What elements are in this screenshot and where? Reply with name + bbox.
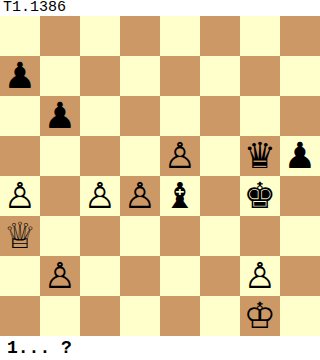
square-g6[interactable] xyxy=(240,96,280,136)
black-queen: ♛ xyxy=(244,136,276,176)
square-f1[interactable] xyxy=(200,296,240,336)
square-c8[interactable] xyxy=(80,16,120,56)
black-pawn: ♟ xyxy=(44,96,76,136)
chess-board: ♟♟♙♛♟♙♙♙♝♚♕♙♙♔ xyxy=(0,16,320,336)
square-c1[interactable] xyxy=(80,296,120,336)
square-e7[interactable] xyxy=(160,56,200,96)
square-h4[interactable] xyxy=(280,176,320,216)
square-g7[interactable] xyxy=(240,56,280,96)
white-pawn: ♙ xyxy=(124,176,156,216)
square-f3[interactable] xyxy=(200,216,240,256)
square-a5[interactable] xyxy=(0,136,40,176)
square-c6[interactable] xyxy=(80,96,120,136)
square-b1[interactable] xyxy=(40,296,80,336)
square-d5[interactable] xyxy=(120,136,160,176)
square-e5[interactable]: ♙ xyxy=(160,136,200,176)
white-king: ♔ xyxy=(244,296,276,336)
square-b7[interactable] xyxy=(40,56,80,96)
square-d7[interactable] xyxy=(120,56,160,96)
square-b3[interactable] xyxy=(40,216,80,256)
square-g2[interactable]: ♙ xyxy=(240,256,280,296)
square-h2[interactable] xyxy=(280,256,320,296)
square-g4[interactable]: ♚ xyxy=(240,176,280,216)
square-a8[interactable] xyxy=(0,16,40,56)
square-f6[interactable] xyxy=(200,96,240,136)
square-c5[interactable] xyxy=(80,136,120,176)
square-d6[interactable] xyxy=(120,96,160,136)
black-bishop: ♝ xyxy=(164,176,196,216)
square-e6[interactable] xyxy=(160,96,200,136)
square-a7[interactable]: ♟ xyxy=(0,56,40,96)
square-e1[interactable] xyxy=(160,296,200,336)
square-a4[interactable]: ♙ xyxy=(0,176,40,216)
square-h5[interactable]: ♟ xyxy=(280,136,320,176)
square-g3[interactable] xyxy=(240,216,280,256)
square-f4[interactable] xyxy=(200,176,240,216)
square-e2[interactable] xyxy=(160,256,200,296)
square-f7[interactable] xyxy=(200,56,240,96)
square-d3[interactable] xyxy=(120,216,160,256)
square-g5[interactable]: ♛ xyxy=(240,136,280,176)
square-e8[interactable] xyxy=(160,16,200,56)
square-h7[interactable] xyxy=(280,56,320,96)
square-a2[interactable] xyxy=(0,256,40,296)
square-d8[interactable] xyxy=(120,16,160,56)
square-b5[interactable] xyxy=(40,136,80,176)
square-h6[interactable] xyxy=(280,96,320,136)
puzzle-title: T1.1386 xyxy=(0,0,320,16)
square-a3[interactable]: ♕ xyxy=(0,216,40,256)
square-g1[interactable]: ♔ xyxy=(240,296,280,336)
square-d2[interactable] xyxy=(120,256,160,296)
square-c2[interactable] xyxy=(80,256,120,296)
move-prompt: 1... ? xyxy=(0,336,320,360)
square-c3[interactable] xyxy=(80,216,120,256)
white-pawn: ♙ xyxy=(44,256,76,296)
square-g8[interactable] xyxy=(240,16,280,56)
black-king: ♚ xyxy=(244,176,276,216)
square-h3[interactable] xyxy=(280,216,320,256)
square-c4[interactable]: ♙ xyxy=(80,176,120,216)
square-d1[interactable] xyxy=(120,296,160,336)
square-b6[interactable]: ♟ xyxy=(40,96,80,136)
square-f2[interactable] xyxy=(200,256,240,296)
chess-puzzle-frame: T1.1386 ♟♟♙♛♟♙♙♙♝♚♕♙♙♔ 1... ? xyxy=(0,0,320,360)
white-pawn: ♙ xyxy=(4,176,36,216)
square-c7[interactable] xyxy=(80,56,120,96)
black-pawn: ♟ xyxy=(284,136,316,176)
white-queen: ♕ xyxy=(4,216,36,256)
square-f8[interactable] xyxy=(200,16,240,56)
white-pawn: ♙ xyxy=(244,256,276,296)
black-pawn: ♟ xyxy=(4,56,36,96)
square-h1[interactable] xyxy=(280,296,320,336)
square-f5[interactable] xyxy=(200,136,240,176)
square-b2[interactable]: ♙ xyxy=(40,256,80,296)
square-e4[interactable]: ♝ xyxy=(160,176,200,216)
square-h8[interactable] xyxy=(280,16,320,56)
white-pawn: ♙ xyxy=(164,136,196,176)
square-a6[interactable] xyxy=(0,96,40,136)
square-e3[interactable] xyxy=(160,216,200,256)
square-a1[interactable] xyxy=(0,296,40,336)
square-d4[interactable]: ♙ xyxy=(120,176,160,216)
square-b8[interactable] xyxy=(40,16,80,56)
square-b4[interactable] xyxy=(40,176,80,216)
white-pawn: ♙ xyxy=(84,176,116,216)
